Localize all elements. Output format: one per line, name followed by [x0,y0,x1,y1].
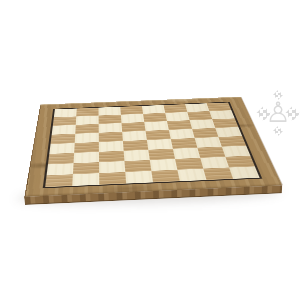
square-h2 [225,156,255,168]
photo-canvas: ♙ [0,0,300,300]
square-h4 [218,136,246,147]
square-g2 [200,157,229,169]
square-f1 [177,169,206,182]
square-a4 [49,143,74,154]
square-e3 [148,149,175,160]
square-f3 [173,148,200,159]
square-h1 [229,166,259,178]
square-c4 [99,141,124,152]
logo-pawn-icon: ♙ [265,99,290,127]
square-b1 [72,173,99,186]
board-grid [45,102,259,187]
square-d1 [125,171,153,184]
square-e1 [151,170,179,183]
square-g1 [203,168,233,181]
square-a2 [47,163,74,175]
playing-field [43,102,263,189]
square-h3 [222,146,251,157]
square-a5 [51,134,76,144]
square-d2 [124,160,151,172]
square-c3 [99,151,125,162]
square-g3 [197,147,225,158]
square-c1 [99,172,126,185]
square-b5 [75,133,99,143]
square-a1 [45,174,73,187]
square-g4 [195,137,222,148]
square-d3 [124,150,150,161]
square-b2 [73,162,99,174]
scene [0,0,300,300]
perspective-tilt [0,0,300,300]
board-top-surface [24,97,282,197]
watermark-logo: ♙ [256,90,300,138]
square-c2 [99,161,125,173]
square-e4 [147,139,173,150]
square-e2 [150,159,178,171]
square-b3 [74,152,99,163]
square-f4 [171,138,198,149]
square-f2 [175,158,203,170]
square-b4 [74,142,99,153]
square-a3 [48,153,74,164]
chessboard [24,97,282,197]
square-d4 [123,140,148,151]
